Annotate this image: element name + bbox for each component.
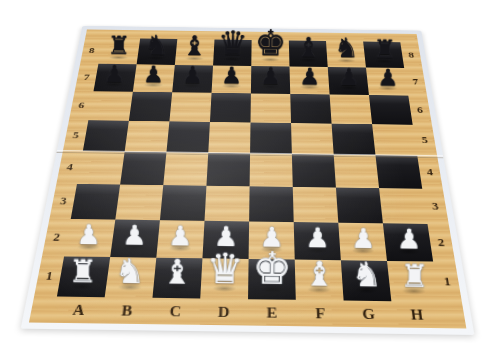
square-b3[interactable]	[115, 185, 163, 221]
rank-label-right-4: 4	[417, 156, 442, 189]
square-c1[interactable]: ♝	[152, 258, 202, 299]
square-g5[interactable]	[332, 124, 376, 156]
square-f6[interactable]	[290, 94, 331, 124]
square-f4[interactable]	[292, 154, 336, 188]
square-h4[interactable]	[375, 155, 422, 189]
file-label-c: C	[150, 298, 200, 325]
black-pawn[interactable]: ♟	[134, 63, 173, 87]
file-label-b: B	[101, 297, 152, 324]
square-d7[interactable]: ♟	[212, 65, 252, 93]
square-c6[interactable]	[169, 92, 211, 122]
square-h1[interactable]: ♜	[387, 261, 439, 302]
square-e1[interactable]: ♚	[248, 259, 296, 300]
black-pawn[interactable]: ♟	[329, 65, 368, 89]
square-e4[interactable]	[250, 153, 293, 187]
square-h6[interactable]	[369, 95, 413, 125]
square-g3[interactable]	[336, 188, 383, 224]
white-bishop[interactable]: ♝	[296, 257, 344, 292]
black-king[interactable]: ♚	[251, 25, 289, 61]
white-knight[interactable]: ♞	[106, 254, 154, 289]
square-a3[interactable]	[71, 184, 120, 220]
square-d1[interactable]: ♛	[200, 258, 248, 299]
square-h5[interactable]	[372, 124, 417, 156]
white-pawn[interactable]: ♟	[295, 224, 341, 252]
square-a7[interactable]: ♟	[94, 64, 137, 92]
chess-grid: 8♜♞♝♛♚♝♞♜87♟♟♟♟♟♟♟♟7665544332♟♟♟♟♟♟♟♟21♜…	[29, 29, 466, 328]
square-e3[interactable]	[249, 186, 294, 222]
black-rook[interactable]: ♜	[365, 37, 403, 63]
square-a4[interactable]	[77, 151, 125, 184]
black-bishop[interactable]: ♝	[175, 32, 213, 60]
file-label-f: F	[296, 300, 346, 327]
square-d6[interactable]	[210, 93, 251, 123]
square-d3[interactable]	[205, 186, 250, 222]
square-a1[interactable]: ♜	[57, 256, 110, 297]
rank-label-right-3: 3	[422, 189, 449, 224]
square-d5[interactable]	[208, 122, 250, 153]
board-margin	[439, 302, 466, 329]
square-g4[interactable]	[334, 155, 379, 189]
square-b4[interactable]	[120, 152, 166, 185]
square-h2[interactable]: ♟	[383, 223, 433, 261]
square-a5[interactable]	[83, 120, 129, 151]
white-queen[interactable]: ♛	[201, 248, 249, 291]
square-d4[interactable]	[206, 153, 250, 186]
chess-board: 8♜♞♝♛♚♝♞♜87♟♟♟♟♟♟♟♟7665544332♟♟♟♟♟♟♟♟21♜…	[29, 29, 466, 328]
black-rook[interactable]: ♜	[99, 33, 137, 59]
square-g6[interactable]	[330, 95, 373, 125]
square-f1[interactable]: ♝	[295, 260, 344, 301]
black-pawn[interactable]: ♟	[173, 63, 212, 87]
square-b5[interactable]	[125, 121, 170, 152]
square-h7[interactable]: ♟	[366, 68, 408, 96]
black-pawn[interactable]: ♟	[251, 64, 290, 88]
black-pawn[interactable]: ♟	[290, 65, 329, 89]
black-bishop[interactable]: ♝	[289, 34, 327, 62]
file-label-a: A	[52, 297, 104, 324]
white-rook[interactable]: ♜	[390, 261, 438, 293]
square-b1[interactable]: ♞	[105, 257, 157, 298]
square-f5[interactable]	[291, 123, 334, 155]
white-knight[interactable]: ♞	[343, 258, 391, 293]
square-c5[interactable]	[166, 121, 210, 152]
white-king[interactable]: ♚	[248, 246, 296, 291]
square-c4[interactable]	[163, 152, 208, 185]
square-a6[interactable]	[88, 91, 133, 121]
square-g7[interactable]: ♟	[328, 67, 369, 95]
black-pawn[interactable]: ♟	[212, 64, 251, 88]
rank-label-right-5: 5	[413, 125, 438, 156]
square-e6[interactable]	[250, 93, 291, 123]
black-pawn[interactable]: ♟	[368, 66, 407, 90]
square-e5[interactable]	[250, 123, 292, 155]
file-label-h: H	[391, 301, 443, 328]
black-pawn[interactable]: ♟	[95, 62, 135, 86]
white-pawn[interactable]: ♟	[386, 225, 432, 253]
square-h3[interactable]	[379, 188, 427, 224]
board-tilt: 8♜♞♝♛♚♝♞♜87♟♟♟♟♟♟♟♟7665544332♟♟♟♟♟♟♟♟21♜…	[21, 26, 475, 335]
square-f3[interactable]	[293, 187, 339, 223]
square-a2[interactable]: ♟	[64, 219, 115, 257]
file-label-d: D	[199, 299, 248, 326]
photo-background: 8♜♞♝♛♚♝♞♜87♟♟♟♟♟♟♟♟7665544332♟♟♟♟♟♟♟♟21♜…	[0, 0, 500, 363]
square-b7[interactable]: ♟	[133, 64, 175, 92]
white-pawn[interactable]: ♟	[111, 221, 157, 249]
board-scene: 8♜♞♝♛♚♝♞♜87♟♟♟♟♟♟♟♟7665544332♟♟♟♟♟♟♟♟21♜…	[56, 0, 444, 352]
white-pawn[interactable]: ♟	[340, 225, 386, 253]
square-c7[interactable]: ♟	[172, 65, 213, 93]
square-e7[interactable]: ♟	[251, 66, 290, 94]
black-knight[interactable]: ♞	[327, 34, 365, 62]
black-knight[interactable]: ♞	[137, 32, 175, 60]
white-pawn[interactable]: ♟	[157, 222, 203, 250]
file-label-e: E	[248, 299, 297, 326]
square-f7[interactable]: ♟	[290, 67, 330, 95]
square-g1[interactable]: ♞	[341, 260, 392, 301]
square-c3[interactable]	[160, 185, 207, 221]
white-bishop[interactable]: ♝	[153, 255, 201, 290]
rank-label-right-7: 7	[404, 68, 427, 96]
white-rook[interactable]: ♜	[58, 256, 106, 288]
white-pawn[interactable]: ♟	[66, 221, 112, 249]
rank-label-right-6: 6	[408, 96, 432, 125]
board-edge: 8♜♞♝♛♚♝♞♜87♟♟♟♟♟♟♟♟7665544332♟♟♟♟♟♟♟♟21♜…	[21, 26, 475, 335]
rank-label-right-8: 8	[400, 42, 422, 68]
square-b6[interactable]	[129, 92, 172, 122]
file-label-g: G	[344, 301, 395, 328]
black-queen[interactable]: ♛	[213, 26, 251, 60]
